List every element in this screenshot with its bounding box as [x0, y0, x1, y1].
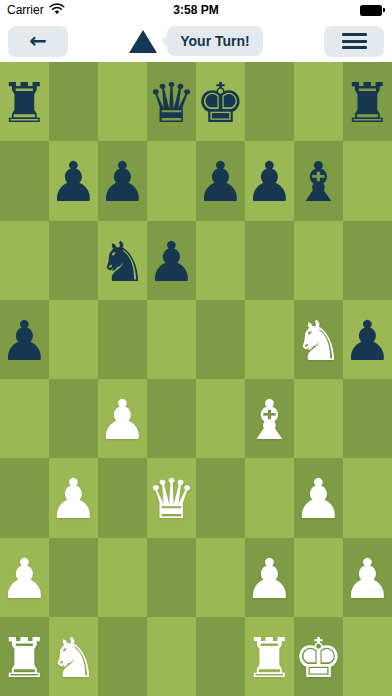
square-h6[interactable] — [343, 221, 392, 300]
square-b1[interactable]: ♞ — [49, 617, 98, 696]
piece-white-pawn[interactable]: ♟ — [343, 552, 392, 607]
square-g1[interactable]: ♚ — [294, 617, 343, 696]
square-f4[interactable]: ♝ — [245, 379, 294, 458]
square-g6[interactable] — [294, 221, 343, 300]
square-h5[interactable]: ♟ — [343, 300, 392, 379]
back-arrow-icon: ← — [29, 31, 47, 52]
square-f3[interactable] — [245, 458, 294, 537]
square-a8[interactable]: ♜ — [0, 62, 49, 141]
square-b8[interactable] — [49, 62, 98, 141]
square-c7[interactable]: ♟ — [98, 141, 147, 220]
square-g4[interactable] — [294, 379, 343, 458]
square-f8[interactable] — [245, 62, 294, 141]
square-e4[interactable] — [196, 379, 245, 458]
piece-black-rook[interactable]: ♜ — [343, 76, 392, 131]
square-d2[interactable] — [147, 538, 196, 617]
piece-white-rook[interactable]: ♜ — [0, 631, 49, 686]
square-d3[interactable]: ♛ — [147, 458, 196, 537]
square-c3[interactable] — [98, 458, 147, 537]
square-e6[interactable] — [196, 221, 245, 300]
piece-white-pawn[interactable]: ♟ — [98, 393, 147, 448]
bubble-caret — [161, 35, 168, 47]
square-a4[interactable] — [0, 379, 49, 458]
carrier-label: Carrier — [7, 3, 44, 17]
square-f6[interactable] — [245, 221, 294, 300]
square-g7[interactable]: ♝ — [294, 141, 343, 220]
piece-black-pawn[interactable]: ♟ — [196, 155, 245, 210]
square-d8[interactable]: ♛ — [147, 62, 196, 141]
battery-icon — [360, 5, 385, 16]
square-d1[interactable] — [147, 617, 196, 696]
square-d7[interactable] — [147, 141, 196, 220]
piece-white-pawn[interactable]: ♟ — [245, 552, 294, 607]
square-b5[interactable] — [49, 300, 98, 379]
piece-black-knight[interactable]: ♞ — [98, 235, 147, 290]
square-f2[interactable]: ♟ — [245, 538, 294, 617]
piece-black-king[interactable]: ♚ — [196, 76, 245, 131]
square-a6[interactable] — [0, 221, 49, 300]
square-e7[interactable]: ♟ — [196, 141, 245, 220]
piece-black-rook[interactable]: ♜ — [0, 76, 49, 131]
square-c6[interactable]: ♞ — [98, 221, 147, 300]
square-b2[interactable] — [49, 538, 98, 617]
square-a3[interactable] — [0, 458, 49, 537]
wifi-icon — [49, 3, 65, 18]
square-g2[interactable] — [294, 538, 343, 617]
square-a7[interactable] — [0, 141, 49, 220]
square-f1[interactable]: ♜ — [245, 617, 294, 696]
piece-white-king[interactable]: ♚ — [294, 631, 343, 686]
piece-black-pawn[interactable]: ♟ — [147, 235, 196, 290]
square-h8[interactable]: ♜ — [343, 62, 392, 141]
piece-white-pawn[interactable]: ♟ — [294, 472, 343, 527]
piece-black-pawn[interactable]: ♟ — [0, 314, 49, 369]
piece-white-bishop[interactable]: ♝ — [245, 393, 294, 448]
square-f7[interactable]: ♟ — [245, 141, 294, 220]
square-e5[interactable] — [196, 300, 245, 379]
hamburger-icon — [342, 33, 367, 49]
square-c4[interactable]: ♟ — [98, 379, 147, 458]
piece-white-knight[interactable]: ♞ — [294, 314, 343, 369]
square-h1[interactable] — [343, 617, 392, 696]
back-button[interactable]: ← — [8, 26, 68, 57]
piece-white-pawn[interactable]: ♟ — [49, 472, 98, 527]
square-c2[interactable] — [98, 538, 147, 617]
piece-black-pawn[interactable]: ♟ — [343, 314, 392, 369]
piece-black-pawn[interactable]: ♟ — [49, 155, 98, 210]
square-d6[interactable]: ♟ — [147, 221, 196, 300]
square-d5[interactable] — [147, 300, 196, 379]
square-a1[interactable]: ♜ — [0, 617, 49, 696]
app-window: Carrier 3:58 PM ← Your Turn! — [0, 0, 392, 696]
nav-bar: ← Your Turn! — [0, 20, 392, 62]
square-g5[interactable]: ♞ — [294, 300, 343, 379]
piece-black-pawn[interactable]: ♟ — [245, 155, 294, 210]
turn-banner: Your Turn! — [167, 26, 262, 56]
square-e3[interactable] — [196, 458, 245, 537]
piece-black-pawn[interactable]: ♟ — [98, 155, 147, 210]
square-c8[interactable] — [98, 62, 147, 141]
square-e1[interactable] — [196, 617, 245, 696]
square-g8[interactable] — [294, 62, 343, 141]
square-h2[interactable]: ♟ — [343, 538, 392, 617]
square-a2[interactable]: ♟ — [0, 538, 49, 617]
square-c5[interactable] — [98, 300, 147, 379]
status-bar: Carrier 3:58 PM — [0, 0, 392, 20]
square-c1[interactable] — [98, 617, 147, 696]
piece-black-bishop[interactable]: ♝ — [294, 155, 343, 210]
piece-white-knight[interactable]: ♞ — [49, 631, 98, 686]
square-h3[interactable] — [343, 458, 392, 537]
piece-white-rook[interactable]: ♜ — [245, 631, 294, 686]
square-b4[interactable] — [49, 379, 98, 458]
square-h4[interactable] — [343, 379, 392, 458]
square-g3[interactable]: ♟ — [294, 458, 343, 537]
square-b6[interactable] — [49, 221, 98, 300]
square-a5[interactable]: ♟ — [0, 300, 49, 379]
square-e2[interactable] — [196, 538, 245, 617]
piece-white-pawn[interactable]: ♟ — [0, 552, 49, 607]
square-b7[interactable]: ♟ — [49, 141, 98, 220]
menu-button[interactable] — [324, 26, 384, 57]
player-triangle-icon — [129, 30, 157, 53]
piece-white-queen[interactable]: ♛ — [147, 472, 196, 527]
piece-black-queen[interactable]: ♛ — [147, 76, 196, 131]
square-d4[interactable] — [147, 379, 196, 458]
turn-banner-label: Your Turn! — [180, 33, 249, 49]
square-h7[interactable] — [343, 141, 392, 220]
square-e8[interactable]: ♚ — [196, 62, 245, 141]
square-b3[interactable]: ♟ — [49, 458, 98, 537]
chess-board: ♜♛♚♜♟♟♟♟♝♞♟♟♞♟♟♝♟♛♟♟♟♟♜♞♜♚ — [0, 62, 392, 696]
square-f5[interactable] — [245, 300, 294, 379]
